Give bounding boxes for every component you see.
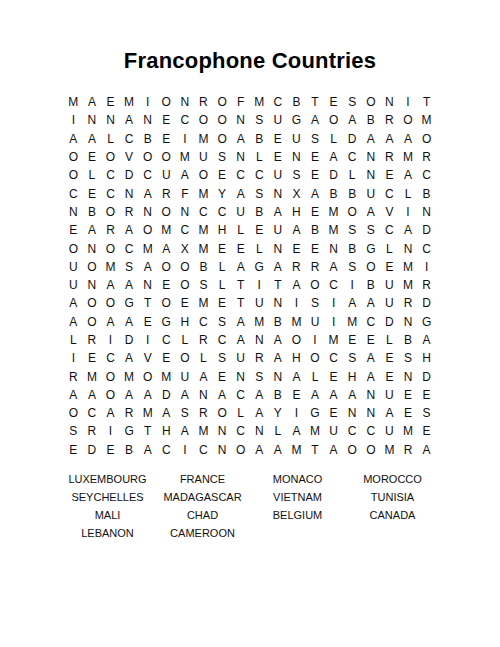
grid-cell[interactable]: O xyxy=(194,166,213,184)
grid-cell[interactable]: N xyxy=(399,239,418,257)
grid-cell[interactable]: R xyxy=(101,221,120,239)
grid-cell[interactable]: T xyxy=(417,93,436,111)
grid-cell[interactable]: N xyxy=(64,203,83,221)
grid-cell[interactable]: U xyxy=(324,422,343,440)
grid-cell[interactable]: O xyxy=(101,148,120,166)
grid-cell[interactable]: E xyxy=(306,239,325,257)
grid-cell[interactable]: C xyxy=(417,239,436,257)
grid-cell[interactable]: N xyxy=(138,203,157,221)
grid-cell[interactable]: H xyxy=(157,422,176,440)
grid-cell[interactable]: S xyxy=(362,221,381,239)
grid-cell[interactable]: E xyxy=(380,367,399,385)
grid-cell[interactable]: C xyxy=(120,239,139,257)
grid-cell[interactable]: M xyxy=(399,276,418,294)
grid-cell[interactable]: S xyxy=(417,404,436,422)
grid-cell[interactable]: A xyxy=(324,441,343,459)
grid-cell[interactable]: N xyxy=(269,367,288,385)
grid-cell[interactable]: V xyxy=(138,349,157,367)
grid-cell[interactable]: L xyxy=(343,166,362,184)
grid-cell[interactable]: A xyxy=(287,367,306,385)
grid-cell[interactable]: B xyxy=(343,239,362,257)
grid-cell[interactable]: A xyxy=(250,386,269,404)
grid-cell[interactable]: D xyxy=(157,386,176,404)
grid-cell[interactable]: G xyxy=(306,404,325,422)
grid-cell[interactable]: A xyxy=(306,111,325,129)
grid-cell[interactable]: O xyxy=(64,148,83,166)
grid-cell[interactable]: M xyxy=(417,111,436,129)
grid-cell[interactable]: N xyxy=(343,404,362,422)
grid-cell[interactable]: T xyxy=(231,276,250,294)
grid-cell[interactable]: O xyxy=(306,349,325,367)
grid-cell[interactable]: B xyxy=(269,313,288,331)
grid-cell[interactable]: S xyxy=(343,349,362,367)
grid-cell[interactable]: H xyxy=(287,349,306,367)
grid-cell[interactable]: N xyxy=(362,166,381,184)
grid-cell[interactable]: E xyxy=(64,221,83,239)
grid-cell[interactable]: O xyxy=(101,367,120,385)
grid-cell[interactable]: A xyxy=(83,221,102,239)
grid-cell[interactable]: B xyxy=(399,331,418,349)
grid-cell[interactable]: B xyxy=(194,258,213,276)
grid-cell[interactable]: L xyxy=(213,258,232,276)
grid-cell[interactable]: L xyxy=(64,331,83,349)
grid-cell[interactable]: C xyxy=(176,111,195,129)
grid-cell[interactable]: A xyxy=(64,130,83,148)
grid-cell[interactable]: O xyxy=(213,111,232,129)
grid-cell[interactable]: H xyxy=(417,349,436,367)
grid-cell[interactable]: M xyxy=(399,258,418,276)
grid-cell[interactable]: A xyxy=(231,258,250,276)
grid-cell[interactable]: E xyxy=(101,441,120,459)
grid-cell[interactable]: S xyxy=(213,148,232,166)
grid-cell[interactable]: A xyxy=(287,422,306,440)
grid-cell[interactable]: A xyxy=(231,331,250,349)
grid-cell[interactable]: S xyxy=(343,93,362,111)
grid-cell[interactable]: R xyxy=(399,441,418,459)
grid-cell[interactable]: E xyxy=(362,331,381,349)
grid-cell[interactable]: E xyxy=(213,367,232,385)
grid-cell[interactable]: O xyxy=(399,111,418,129)
grid-cell[interactable]: H xyxy=(213,221,232,239)
grid-cell[interactable]: H xyxy=(176,313,195,331)
grid-cell[interactable]: C xyxy=(231,386,250,404)
grid-cell[interactable]: T xyxy=(138,294,157,312)
grid-cell[interactable]: D xyxy=(83,441,102,459)
grid-cell[interactable]: A xyxy=(101,404,120,422)
grid-cell[interactable]: O xyxy=(194,111,213,129)
grid-cell[interactable]: A xyxy=(64,294,83,312)
grid-cell[interactable]: S xyxy=(120,258,139,276)
grid-cell[interactable]: M xyxy=(194,221,213,239)
grid-cell[interactable]: A xyxy=(231,184,250,202)
grid-cell[interactable]: O xyxy=(101,386,120,404)
grid-cell[interactable]: I xyxy=(176,130,195,148)
grid-cell[interactable]: O xyxy=(83,313,102,331)
grid-cell[interactable]: L xyxy=(231,404,250,422)
grid-cell[interactable]: A xyxy=(213,386,232,404)
grid-cell[interactable]: E xyxy=(64,441,83,459)
grid-cell[interactable]: A xyxy=(120,313,139,331)
grid-cell[interactable]: O xyxy=(306,276,325,294)
grid-cell[interactable]: B xyxy=(417,184,436,202)
grid-cell[interactable]: S xyxy=(194,276,213,294)
grid-cell[interactable]: R xyxy=(83,422,102,440)
grid-cell[interactable]: T xyxy=(269,276,288,294)
grid-cell[interactable]: A xyxy=(287,276,306,294)
grid-cell[interactable]: B xyxy=(120,441,139,459)
grid-cell[interactable]: N xyxy=(194,386,213,404)
grid-cell[interactable]: A xyxy=(362,130,381,148)
grid-cell[interactable]: O xyxy=(157,93,176,111)
grid-cell[interactable]: O xyxy=(176,276,195,294)
grid-cell[interactable]: C xyxy=(324,276,343,294)
grid-cell[interactable]: M xyxy=(287,441,306,459)
grid-cell[interactable]: B xyxy=(250,130,269,148)
grid-cell[interactable]: M xyxy=(157,221,176,239)
grid-cell[interactable]: E xyxy=(343,331,362,349)
grid-cell[interactable]: I xyxy=(399,93,418,111)
grid-cell[interactable]: A xyxy=(399,221,418,239)
grid-cell[interactable]: R xyxy=(194,404,213,422)
grid-cell[interactable]: U xyxy=(64,276,83,294)
grid-cell[interactable]: A xyxy=(157,404,176,422)
grid-cell[interactable]: C xyxy=(343,148,362,166)
grid-cell[interactable]: M xyxy=(101,258,120,276)
grid-cell[interactable]: L xyxy=(380,239,399,257)
grid-cell[interactable]: T xyxy=(306,441,325,459)
grid-cell[interactable]: N xyxy=(324,239,343,257)
grid-cell[interactable]: O xyxy=(231,441,250,459)
grid-cell[interactable]: L xyxy=(250,148,269,166)
grid-cell[interactable]: D xyxy=(417,367,436,385)
grid-cell[interactable]: M xyxy=(138,239,157,257)
grid-cell[interactable]: S xyxy=(176,404,195,422)
grid-cell[interactable]: S xyxy=(399,349,418,367)
grid-cell[interactable]: E xyxy=(306,148,325,166)
grid-cell[interactable]: N xyxy=(362,386,381,404)
grid-cell[interactable]: L xyxy=(213,276,232,294)
grid-cell[interactable]: L xyxy=(194,349,213,367)
grid-cell[interactable]: M xyxy=(250,313,269,331)
grid-cell[interactable]: A xyxy=(306,386,325,404)
grid-cell[interactable]: N xyxy=(83,239,102,257)
grid-cell[interactable]: S xyxy=(306,294,325,312)
grid-cell[interactable]: A xyxy=(399,130,418,148)
grid-cell[interactable]: C xyxy=(417,166,436,184)
grid-cell[interactable]: O xyxy=(157,258,176,276)
grid-cell[interactable]: M xyxy=(194,239,213,257)
grid-cell[interactable]: M xyxy=(83,367,102,385)
grid-cell[interactable]: O xyxy=(64,166,83,184)
grid-cell[interactable]: A xyxy=(417,331,436,349)
grid-cell[interactable]: D xyxy=(380,313,399,331)
grid-cell[interactable]: A xyxy=(362,294,381,312)
grid-cell[interactable]: E xyxy=(399,386,418,404)
grid-cell[interactable]: N xyxy=(250,331,269,349)
grid-cell[interactable]: D xyxy=(343,130,362,148)
grid-cell[interactable]: E xyxy=(83,349,102,367)
grid-cell[interactable]: I xyxy=(324,294,343,312)
grid-cell[interactable]: A xyxy=(176,386,195,404)
grid-cell[interactable]: X xyxy=(287,184,306,202)
grid-cell[interactable]: A xyxy=(64,313,83,331)
grid-cell[interactable]: B xyxy=(362,111,381,129)
grid-cell[interactable]: A xyxy=(101,313,120,331)
grid-cell[interactable]: B xyxy=(287,93,306,111)
grid-cell[interactable]: E xyxy=(380,349,399,367)
grid-cell[interactable]: A xyxy=(362,367,381,385)
grid-cell[interactable]: E xyxy=(380,166,399,184)
grid-cell[interactable]: M xyxy=(194,184,213,202)
grid-cell[interactable]: L xyxy=(83,166,102,184)
grid-cell[interactable]: I xyxy=(287,404,306,422)
grid-cell[interactable]: C xyxy=(362,422,381,440)
grid-cell[interactable]: C xyxy=(64,184,83,202)
grid-cell[interactable]: E xyxy=(417,422,436,440)
grid-cell[interactable]: A xyxy=(176,422,195,440)
grid-cell[interactable]: M xyxy=(399,422,418,440)
grid-cell[interactable]: N xyxy=(269,294,288,312)
grid-cell[interactable]: R xyxy=(380,148,399,166)
grid-cell[interactable]: O xyxy=(101,294,120,312)
grid-cell[interactable]: T xyxy=(138,422,157,440)
grid-cell[interactable]: O xyxy=(362,441,381,459)
grid-cell[interactable]: A xyxy=(343,111,362,129)
grid-cell[interactable]: S xyxy=(64,422,83,440)
grid-cell[interactable]: C xyxy=(231,422,250,440)
grid-cell[interactable]: M xyxy=(194,294,213,312)
grid-cell[interactable]: C xyxy=(101,166,120,184)
grid-cell[interactable]: O xyxy=(213,404,232,422)
grid-cell[interactable]: A xyxy=(362,349,381,367)
grid-cell[interactable]: N xyxy=(176,93,195,111)
grid-cell[interactable]: A xyxy=(324,148,343,166)
grid-cell[interactable]: N xyxy=(399,313,418,331)
grid-cell[interactable]: H xyxy=(287,203,306,221)
grid-cell[interactable]: A xyxy=(269,203,288,221)
grid-cell[interactable]: B xyxy=(269,386,288,404)
grid-cell[interactable]: R xyxy=(287,258,306,276)
grid-cell[interactable]: U xyxy=(194,148,213,166)
grid-cell[interactable]: E xyxy=(269,130,288,148)
grid-cell[interactable]: B xyxy=(324,184,343,202)
grid-cell[interactable]: O xyxy=(213,93,232,111)
grid-cell[interactable]: C xyxy=(231,166,250,184)
grid-cell[interactable]: N xyxy=(362,148,381,166)
grid-cell[interactable]: I xyxy=(138,331,157,349)
grid-cell[interactable]: O xyxy=(101,239,120,257)
grid-cell[interactable]: R xyxy=(157,184,176,202)
grid-cell[interactable]: I xyxy=(101,331,120,349)
grid-cell[interactable]: M xyxy=(287,313,306,331)
grid-cell[interactable]: I xyxy=(324,313,343,331)
grid-cell[interactable]: O xyxy=(157,203,176,221)
grid-cell[interactable]: E xyxy=(324,404,343,422)
grid-cell[interactable]: O xyxy=(324,111,343,129)
grid-cell[interactable]: X xyxy=(176,239,195,257)
grid-cell[interactable]: D xyxy=(120,166,139,184)
grid-cell[interactable]: M xyxy=(324,331,343,349)
grid-cell[interactable]: C xyxy=(194,313,213,331)
grid-cell[interactable]: S xyxy=(287,166,306,184)
grid-cell[interactable]: I xyxy=(138,93,157,111)
grid-cell[interactable]: L xyxy=(250,239,269,257)
grid-cell[interactable]: C xyxy=(194,441,213,459)
grid-cell[interactable]: O xyxy=(138,148,157,166)
grid-cell[interactable]: O xyxy=(362,258,381,276)
grid-cell[interactable]: A xyxy=(120,386,139,404)
grid-cell[interactable]: U xyxy=(380,294,399,312)
grid-cell[interactable]: A xyxy=(324,386,343,404)
grid-cell[interactable]: G xyxy=(417,313,436,331)
grid-cell[interactable]: N xyxy=(362,404,381,422)
grid-cell[interactable]: M xyxy=(120,93,139,111)
grid-cell[interactable]: U xyxy=(269,221,288,239)
grid-cell[interactable]: G xyxy=(287,111,306,129)
grid-cell[interactable]: E xyxy=(380,258,399,276)
grid-cell[interactable]: O xyxy=(343,203,362,221)
grid-cell[interactable]: R xyxy=(417,276,436,294)
grid-cell[interactable]: I xyxy=(343,276,362,294)
grid-cell[interactable]: N xyxy=(399,367,418,385)
grid-cell[interactable]: M xyxy=(120,367,139,385)
grid-cell[interactable]: U xyxy=(380,422,399,440)
grid-cell[interactable]: A xyxy=(194,367,213,385)
grid-cell[interactable]: A xyxy=(83,93,102,111)
grid-cell[interactable]: A xyxy=(269,349,288,367)
grid-cell[interactable]: M xyxy=(324,221,343,239)
grid-cell[interactable]: A xyxy=(138,184,157,202)
grid-cell[interactable]: C xyxy=(380,221,399,239)
grid-cell[interactable]: E xyxy=(269,148,288,166)
grid-cell[interactable]: O xyxy=(83,258,102,276)
grid-cell[interactable]: O xyxy=(64,404,83,422)
grid-cell[interactable]: N xyxy=(83,111,102,129)
grid-cell[interactable]: M xyxy=(380,441,399,459)
grid-cell[interactable]: N xyxy=(176,203,195,221)
grid-cell[interactable]: D xyxy=(120,331,139,349)
grid-cell[interactable]: A xyxy=(306,184,325,202)
grid-cell[interactable]: O xyxy=(343,441,362,459)
grid-cell[interactable]: S xyxy=(250,184,269,202)
grid-cell[interactable]: I xyxy=(64,349,83,367)
grid-cell[interactable]: D xyxy=(324,166,343,184)
grid-cell[interactable]: A xyxy=(324,258,343,276)
grid-cell[interactable]: A xyxy=(83,386,102,404)
grid-cell[interactable]: B xyxy=(343,184,362,202)
grid-cell[interactable]: A xyxy=(269,441,288,459)
grid-cell[interactable]: S xyxy=(250,111,269,129)
grid-cell[interactable]: L xyxy=(399,184,418,202)
grid-cell[interactable]: O xyxy=(101,203,120,221)
grid-cell[interactable]: B xyxy=(362,276,381,294)
grid-cell[interactable]: B xyxy=(250,203,269,221)
grid-cell[interactable]: U xyxy=(380,276,399,294)
grid-cell[interactable]: E xyxy=(83,184,102,202)
grid-cell[interactable]: U xyxy=(287,130,306,148)
grid-cell[interactable]: E xyxy=(306,166,325,184)
grid-cell[interactable]: U xyxy=(380,386,399,404)
grid-cell[interactable]: C xyxy=(157,441,176,459)
grid-cell[interactable]: S xyxy=(343,258,362,276)
grid-cell[interactable]: E xyxy=(250,221,269,239)
grid-cell[interactable]: N xyxy=(231,148,250,166)
grid-cell[interactable]: A xyxy=(138,258,157,276)
grid-cell[interactable]: B xyxy=(138,130,157,148)
grid-cell[interactable]: O xyxy=(213,130,232,148)
grid-cell[interactable]: I xyxy=(101,422,120,440)
grid-cell[interactable]: R xyxy=(306,258,325,276)
grid-cell[interactable]: E xyxy=(287,386,306,404)
grid-cell[interactable]: E xyxy=(324,93,343,111)
grid-cell[interactable]: C xyxy=(362,313,381,331)
grid-cell[interactable]: C xyxy=(380,184,399,202)
grid-cell[interactable]: E xyxy=(306,203,325,221)
grid-cell[interactable]: A xyxy=(362,203,381,221)
grid-cell[interactable]: T xyxy=(231,294,250,312)
grid-cell[interactable]: R xyxy=(194,93,213,111)
grid-cell[interactable]: N xyxy=(231,111,250,129)
grid-cell[interactable]: M xyxy=(64,93,83,111)
grid-cell[interactable]: M xyxy=(250,93,269,111)
grid-cell[interactable]: A xyxy=(250,404,269,422)
grid-cell[interactable]: C xyxy=(213,203,232,221)
grid-cell[interactable]: M xyxy=(194,130,213,148)
grid-cell[interactable]: E xyxy=(231,239,250,257)
grid-cell[interactable]: A xyxy=(417,441,436,459)
grid-cell[interactable]: N xyxy=(120,184,139,202)
grid-cell[interactable]: C xyxy=(176,221,195,239)
grid-cell[interactable]: A xyxy=(269,258,288,276)
grid-cell[interactable]: F xyxy=(231,93,250,111)
grid-cell[interactable]: I xyxy=(250,276,269,294)
grid-cell[interactable]: A xyxy=(250,441,269,459)
grid-cell[interactable]: O xyxy=(138,221,157,239)
grid-cell[interactable]: L xyxy=(231,221,250,239)
grid-cell[interactable]: N xyxy=(250,422,269,440)
grid-cell[interactable]: A xyxy=(399,166,418,184)
grid-cell[interactable]: G xyxy=(157,313,176,331)
grid-cell[interactable]: A xyxy=(120,349,139,367)
grid-cell[interactable]: U xyxy=(362,184,381,202)
grid-cell[interactable]: B xyxy=(306,221,325,239)
grid-cell[interactable]: N xyxy=(213,441,232,459)
grid-cell[interactable]: A xyxy=(343,386,362,404)
grid-cell[interactable]: N xyxy=(83,276,102,294)
grid-cell[interactable]: C xyxy=(194,203,213,221)
grid-cell[interactable]: S xyxy=(306,130,325,148)
grid-cell[interactable]: G xyxy=(362,239,381,257)
grid-cell[interactable]: S xyxy=(213,349,232,367)
grid-cell[interactable]: E xyxy=(157,130,176,148)
grid-cell[interactable]: C xyxy=(269,93,288,111)
grid-cell[interactable]: I xyxy=(176,441,195,459)
grid-cell[interactable]: S xyxy=(250,367,269,385)
grid-cell[interactable]: M xyxy=(343,313,362,331)
grid-cell[interactable]: I xyxy=(399,203,418,221)
grid-cell[interactable]: C xyxy=(343,422,362,440)
grid-cell[interactable]: E xyxy=(324,367,343,385)
grid-cell[interactable]: E xyxy=(83,148,102,166)
grid-cell[interactable]: Y xyxy=(213,184,232,202)
grid-cell[interactable]: I xyxy=(306,331,325,349)
grid-cell[interactable]: E xyxy=(417,386,436,404)
grid-cell[interactable]: Y xyxy=(269,404,288,422)
grid-cell[interactable]: E xyxy=(157,349,176,367)
grid-cell[interactable]: O xyxy=(287,331,306,349)
grid-cell[interactable]: O xyxy=(176,258,195,276)
grid-cell[interactable]: O xyxy=(138,367,157,385)
